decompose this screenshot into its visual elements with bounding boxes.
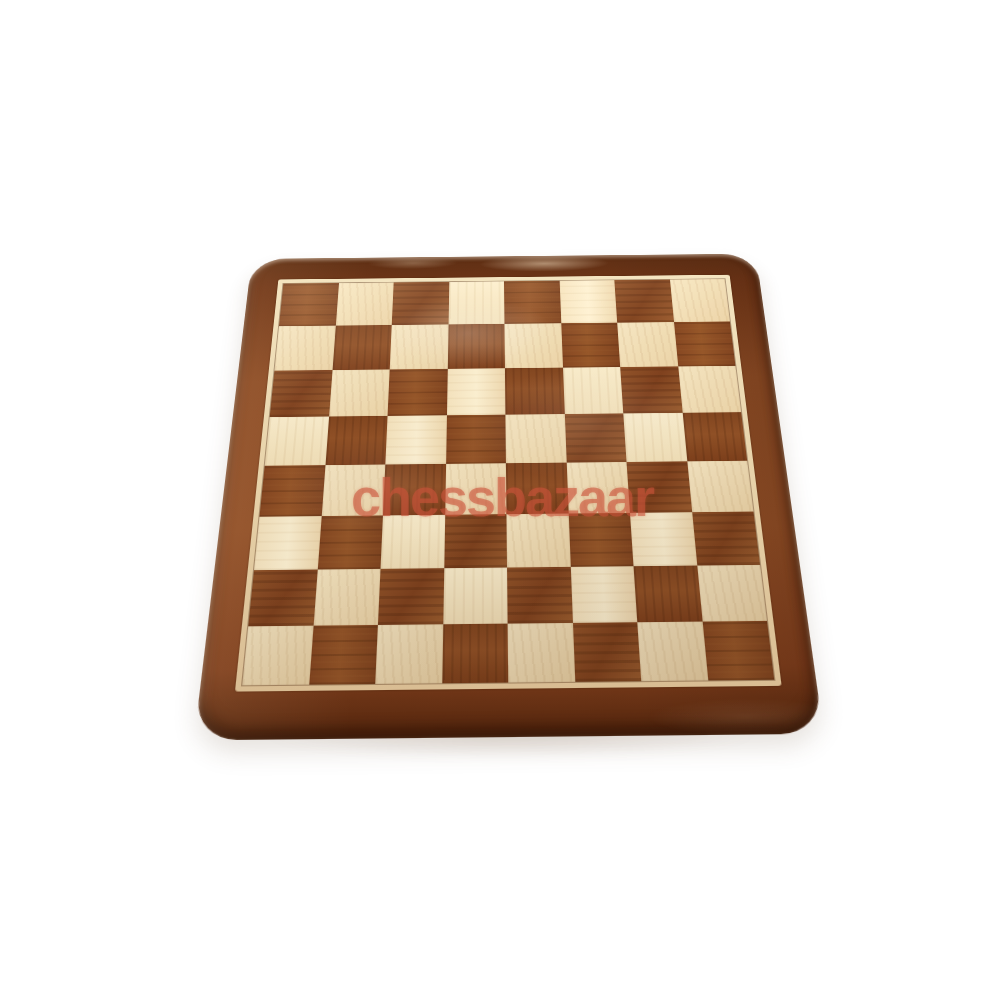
square-h2 xyxy=(697,565,767,622)
square-h6 xyxy=(678,366,741,413)
square-e5 xyxy=(505,414,566,463)
square-d5 xyxy=(446,415,506,464)
square-b7 xyxy=(332,325,392,370)
square-c1 xyxy=(375,624,443,684)
square-h8 xyxy=(670,279,730,322)
square-e2 xyxy=(507,567,572,624)
square-g1 xyxy=(637,622,707,682)
square-f7 xyxy=(561,323,620,368)
square-b6 xyxy=(329,369,390,416)
square-e7 xyxy=(504,323,562,368)
chessboard-product-photo: chessbazaar xyxy=(0,0,1000,1000)
square-f2 xyxy=(570,566,637,623)
square-a6 xyxy=(270,370,332,417)
watermark-text: chessbazaar xyxy=(351,466,653,528)
square-e6 xyxy=(505,368,564,415)
square-a5 xyxy=(265,417,329,466)
square-g8 xyxy=(614,280,673,323)
square-c7 xyxy=(390,324,448,369)
square-g5 xyxy=(623,413,687,462)
square-e1 xyxy=(508,623,575,683)
square-c2 xyxy=(378,568,444,625)
square-d1 xyxy=(442,624,509,684)
square-c8 xyxy=(392,282,449,325)
square-c5 xyxy=(385,415,446,464)
square-h5 xyxy=(682,412,747,461)
square-a1 xyxy=(242,626,313,686)
square-d2 xyxy=(443,568,508,625)
square-a8 xyxy=(279,283,339,326)
square-b2 xyxy=(313,569,380,626)
square-a3 xyxy=(254,516,321,570)
square-g6 xyxy=(620,366,682,413)
square-c6 xyxy=(388,369,448,416)
square-b1 xyxy=(309,625,378,685)
square-f5 xyxy=(564,413,626,462)
square-f1 xyxy=(572,622,641,682)
square-h3 xyxy=(692,512,760,566)
square-h1 xyxy=(702,621,774,681)
square-f6 xyxy=(563,367,624,414)
square-a2 xyxy=(248,570,317,627)
square-a7 xyxy=(274,326,335,371)
square-h7 xyxy=(674,321,736,366)
square-g7 xyxy=(617,322,678,367)
square-f8 xyxy=(559,280,617,323)
square-b8 xyxy=(335,282,393,325)
square-a4 xyxy=(259,465,325,517)
square-h4 xyxy=(687,461,754,512)
square-d6 xyxy=(446,368,505,415)
square-b5 xyxy=(325,416,388,465)
square-e8 xyxy=(504,281,561,324)
square-d8 xyxy=(448,281,504,324)
square-d7 xyxy=(447,324,505,369)
square-g2 xyxy=(634,566,703,623)
